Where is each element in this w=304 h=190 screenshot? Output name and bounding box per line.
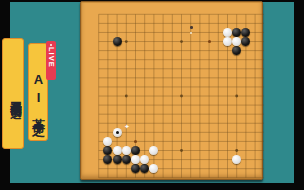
banner-title-text: AI革命之 [29, 72, 47, 115]
black-stone [113, 37, 122, 46]
star-point [235, 95, 238, 98]
banner-subtitle: 避开芈刀的简明退 [2, 38, 24, 149]
black-stone [122, 155, 131, 164]
tiny-dark-dot [190, 26, 193, 29]
video-frame: 避开芈刀的简明退 AI革命之 LIVE ✦ [0, 0, 304, 190]
live-badge: LIVE [46, 41, 56, 80]
move-marker-dot [208, 40, 211, 43]
star-point [180, 95, 183, 98]
banner-title: AI革命之 [28, 43, 48, 141]
white-stone [113, 146, 122, 155]
white-stone [122, 146, 131, 155]
go-board[interactable] [80, 1, 263, 180]
star-point [180, 149, 183, 152]
live-label: LIVE [47, 47, 56, 68]
white-stone [131, 155, 140, 164]
sparkle: ✦ [124, 123, 130, 130]
star-point [180, 40, 183, 43]
star-point [125, 95, 128, 98]
black-stone [113, 155, 122, 164]
move-marker-dot [134, 140, 137, 143]
last-move-marker [116, 131, 119, 134]
white-stone [223, 37, 232, 46]
banner-subtitle-text: 避开芈刀的简明退 [3, 91, 23, 99]
live-dot-icon [50, 44, 52, 46]
black-stone [131, 146, 140, 155]
star-point [235, 149, 238, 152]
star-point [125, 40, 128, 43]
tiny-white-dot [190, 32, 192, 34]
white-stone [223, 28, 232, 37]
